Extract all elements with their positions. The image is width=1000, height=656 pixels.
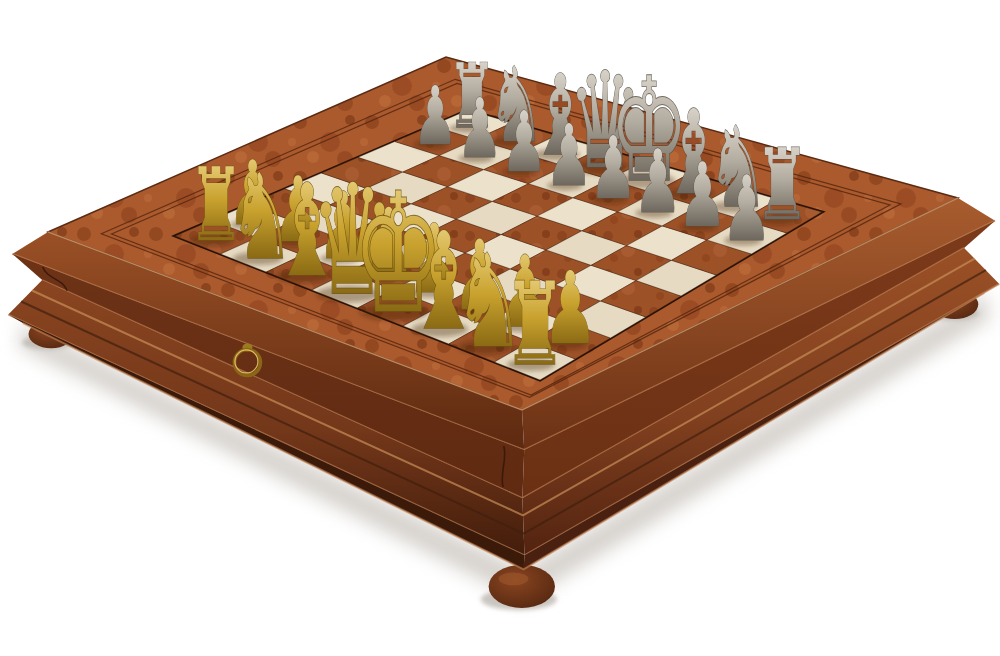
piece-black-pawn-c7: ♟ bbox=[501, 94, 547, 190]
chess-set-product-photo: ♜♞♟♝♟♛♟♚♟♝♟♞♟♜♟♟♟♜♟♞♟♟♝♟♛♟♚♟♝♟♞♜ bbox=[0, 0, 1000, 656]
bun-foot-highlight bbox=[499, 572, 529, 585]
piece-glyph: ♟ bbox=[413, 69, 458, 163]
bun-foot bbox=[489, 565, 555, 608]
piece-glyph: ♟ bbox=[457, 81, 503, 176]
piece-glyph: ♟ bbox=[501, 94, 547, 190]
chess-scene: ♜♞♟♝♟♛♟♚♟♝♟♞♟♜♟♟♟♜♟♞♟♟♝♟♛♟♚♟♝♟♞♜ bbox=[0, 0, 1000, 656]
piece-black-pawn-a7: ♟ bbox=[413, 69, 458, 163]
piece-white-rook-h1: ♜ bbox=[503, 258, 566, 390]
piece-black-pawn-f7: ♟ bbox=[634, 130, 683, 232]
piece-glyph: ♟ bbox=[634, 130, 683, 232]
piece-glyph: ♜ bbox=[503, 258, 566, 390]
piece-black-pawn-e7: ♟ bbox=[589, 118, 637, 219]
piece-glyph: ♟ bbox=[589, 118, 637, 219]
piece-black-pawn-g7: ♟ bbox=[678, 143, 727, 246]
piece-black-pawn-b7: ♟ bbox=[457, 81, 503, 176]
piece-glyph: ♟ bbox=[722, 155, 772, 261]
piece-black-pawn-d7: ♟ bbox=[545, 105, 592, 205]
piece-black-pawn-h7: ♟ bbox=[722, 155, 772, 261]
piece-glyph: ♟ bbox=[545, 105, 592, 205]
piece-glyph: ♟ bbox=[678, 143, 727, 246]
